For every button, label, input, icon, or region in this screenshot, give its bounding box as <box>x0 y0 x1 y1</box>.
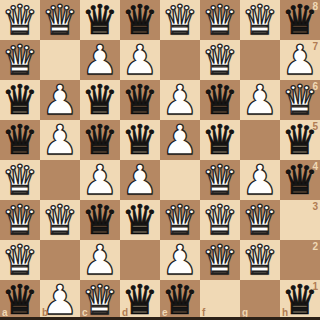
square-g6[interactable]: ♟ <box>240 80 280 120</box>
piece-white-queen[interactable]: ♛ <box>0 160 40 200</box>
square-g7[interactable] <box>240 40 280 80</box>
square-e4[interactable] <box>160 160 200 200</box>
piece-white-queen[interactable]: ♛ <box>200 160 240 200</box>
piece-black-queen[interactable]: ♛ <box>80 200 120 240</box>
piece-white-queen[interactable]: ♛ <box>240 0 280 40</box>
piece-white-pawn[interactable]: ♟ <box>40 120 80 160</box>
piece-white-pawn[interactable]: ♟ <box>160 80 200 120</box>
square-h6[interactable]: ♛6 <box>280 80 320 120</box>
piece-white-pawn[interactable]: ♟ <box>240 80 280 120</box>
square-h5[interactable]: ♛5 <box>280 120 320 160</box>
piece-white-queen[interactable]: ♛ <box>160 0 200 40</box>
piece-black-queen[interactable]: ♛ <box>120 0 160 40</box>
piece-white-pawn[interactable]: ♟ <box>80 240 120 280</box>
square-d8[interactable]: ♛ <box>120 0 160 40</box>
piece-black-queen[interactable]: ♛ <box>280 120 320 160</box>
piece-black-queen[interactable]: ♛ <box>200 120 240 160</box>
square-c1[interactable]: ♛c <box>80 280 120 320</box>
square-c7[interactable]: ♟ <box>80 40 120 80</box>
piece-white-pawn[interactable]: ♟ <box>240 160 280 200</box>
square-f1[interactable]: f <box>200 280 240 320</box>
square-h3[interactable]: 3 <box>280 200 320 240</box>
square-a2[interactable]: ♛ <box>0 240 40 280</box>
square-e5[interactable]: ♟ <box>160 120 200 160</box>
piece-white-queen[interactable]: ♛ <box>0 200 40 240</box>
square-b5[interactable]: ♟ <box>40 120 80 160</box>
piece-black-queen[interactable]: ♛ <box>280 0 320 40</box>
piece-white-pawn[interactable]: ♟ <box>160 240 200 280</box>
square-a7[interactable]: ♛ <box>0 40 40 80</box>
piece-black-queen[interactable]: ♛ <box>120 80 160 120</box>
piece-white-queen[interactable]: ♛ <box>280 80 320 120</box>
piece-black-queen[interactable]: ♛ <box>0 280 40 320</box>
square-d3[interactable]: ♛ <box>120 200 160 240</box>
piece-black-queen[interactable]: ♛ <box>80 0 120 40</box>
piece-white-queen[interactable]: ♛ <box>0 40 40 80</box>
piece-white-pawn[interactable]: ♟ <box>40 80 80 120</box>
piece-white-queen[interactable]: ♛ <box>200 200 240 240</box>
square-b4[interactable] <box>40 160 80 200</box>
piece-white-queen[interactable]: ♛ <box>240 240 280 280</box>
square-g8[interactable]: ♛ <box>240 0 280 40</box>
square-a1[interactable]: ♛a <box>0 280 40 320</box>
square-a4[interactable]: ♛ <box>0 160 40 200</box>
square-b6[interactable]: ♟ <box>40 80 80 120</box>
piece-white-queen[interactable]: ♛ <box>0 240 40 280</box>
piece-black-queen[interactable]: ♛ <box>120 200 160 240</box>
square-c5[interactable]: ♛ <box>80 120 120 160</box>
square-e7[interactable] <box>160 40 200 80</box>
piece-white-pawn[interactable]: ♟ <box>120 160 160 200</box>
piece-white-pawn[interactable]: ♟ <box>40 280 80 320</box>
piece-black-queen[interactable]: ♛ <box>120 280 160 320</box>
square-c3[interactable]: ♛ <box>80 200 120 240</box>
square-h2[interactable]: 2 <box>280 240 320 280</box>
piece-black-queen[interactable]: ♛ <box>160 280 200 320</box>
piece-white-pawn[interactable]: ♟ <box>280 40 320 80</box>
square-d1[interactable]: ♛d <box>120 280 160 320</box>
piece-black-queen[interactable]: ♛ <box>120 120 160 160</box>
square-e6[interactable]: ♟ <box>160 80 200 120</box>
square-e3[interactable]: ♛ <box>160 200 200 240</box>
piece-white-queen[interactable]: ♛ <box>200 40 240 80</box>
square-h8[interactable]: ♛8 <box>280 0 320 40</box>
square-g3[interactable]: ♛ <box>240 200 280 240</box>
piece-black-queen[interactable]: ♛ <box>280 160 320 200</box>
square-e8[interactable]: ♛ <box>160 0 200 40</box>
square-f4[interactable]: ♛ <box>200 160 240 200</box>
piece-black-queen[interactable]: ♛ <box>80 80 120 120</box>
square-c6[interactable]: ♛ <box>80 80 120 120</box>
square-f5[interactable]: ♛ <box>200 120 240 160</box>
piece-white-queen[interactable]: ♛ <box>240 200 280 240</box>
piece-black-queen[interactable]: ♛ <box>80 120 120 160</box>
square-b3[interactable]: ♛ <box>40 200 80 240</box>
square-f3[interactable]: ♛ <box>200 200 240 240</box>
piece-white-queen[interactable]: ♛ <box>160 200 200 240</box>
square-d5[interactable]: ♛ <box>120 120 160 160</box>
square-b2[interactable] <box>40 240 80 280</box>
square-b1[interactable]: ♟b <box>40 280 80 320</box>
square-e2[interactable]: ♟ <box>160 240 200 280</box>
piece-white-pawn[interactable]: ♟ <box>80 40 120 80</box>
square-a6[interactable]: ♛ <box>0 80 40 120</box>
square-c2[interactable]: ♟ <box>80 240 120 280</box>
piece-white-pawn[interactable]: ♟ <box>80 160 120 200</box>
piece-white-queen[interactable]: ♛ <box>80 280 120 320</box>
coord-rank-2: 2 <box>312 242 318 252</box>
square-d6[interactable]: ♛ <box>120 80 160 120</box>
square-f6[interactable]: ♛ <box>200 80 240 120</box>
square-c4[interactable]: ♟ <box>80 160 120 200</box>
square-h7[interactable]: ♟7 <box>280 40 320 80</box>
square-h4[interactable]: ♛4 <box>280 160 320 200</box>
square-e1[interactable]: ♛e <box>160 280 200 320</box>
square-f2[interactable]: ♛ <box>200 240 240 280</box>
chess-board: ♛♛♛♛♛♛♛♛8♛♟♟♛♟7♛♟♛♛♟♛♟♛6♛♟♛♛♟♛♛5♛♟♟♛♟♛4♛… <box>0 0 320 320</box>
square-g5[interactable] <box>240 120 280 160</box>
piece-white-queen[interactable]: ♛ <box>200 240 240 280</box>
piece-white-queen[interactable]: ♛ <box>40 200 80 240</box>
square-d2[interactable] <box>120 240 160 280</box>
square-g4[interactable]: ♟ <box>240 160 280 200</box>
square-a3[interactable]: ♛ <box>0 200 40 240</box>
piece-black-queen[interactable]: ♛ <box>200 80 240 120</box>
piece-white-queen[interactable]: ♛ <box>40 0 80 40</box>
square-c8[interactable]: ♛ <box>80 0 120 40</box>
square-h1[interactable]: ♛1h <box>280 280 320 320</box>
piece-black-queen[interactable]: ♛ <box>0 80 40 120</box>
square-g1[interactable]: g <box>240 280 280 320</box>
piece-black-queen[interactable]: ♛ <box>280 280 320 320</box>
piece-white-pawn[interactable]: ♟ <box>160 120 200 160</box>
piece-white-queen[interactable]: ♛ <box>200 0 240 40</box>
square-f8[interactable]: ♛ <box>200 0 240 40</box>
square-f7[interactable]: ♛ <box>200 40 240 80</box>
square-b8[interactable]: ♛ <box>40 0 80 40</box>
square-d4[interactable]: ♟ <box>120 160 160 200</box>
piece-white-pawn[interactable]: ♟ <box>120 40 160 80</box>
square-a5[interactable]: ♛ <box>0 120 40 160</box>
square-a8[interactable]: ♛ <box>0 0 40 40</box>
piece-white-queen[interactable]: ♛ <box>0 0 40 40</box>
square-d7[interactable]: ♟ <box>120 40 160 80</box>
square-b7[interactable] <box>40 40 80 80</box>
piece-black-queen[interactable]: ♛ <box>0 120 40 160</box>
square-g2[interactable]: ♛ <box>240 240 280 280</box>
